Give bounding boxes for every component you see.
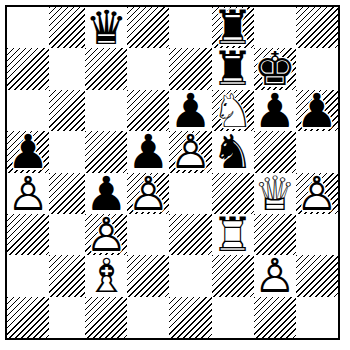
square-h2[interactable] bbox=[296, 255, 338, 296]
white-pawn-piece[interactable]: ♙ bbox=[127, 173, 169, 214]
square-b3[interactable] bbox=[49, 214, 85, 255]
square-e3[interactable] bbox=[169, 214, 211, 255]
white-pawn-piece[interactable]: ♙ bbox=[254, 255, 296, 296]
white-pawn-piece[interactable]: ♙ bbox=[169, 131, 211, 172]
square-c2[interactable]: ♝♗ bbox=[85, 255, 127, 296]
square-g2[interactable]: ♟♙ bbox=[254, 255, 296, 296]
square-d7[interactable] bbox=[127, 48, 169, 89]
square-a7[interactable] bbox=[7, 48, 49, 89]
square-d3[interactable] bbox=[127, 214, 169, 255]
square-d4[interactable]: ♟♙ bbox=[127, 173, 169, 214]
square-h6[interactable]: ♟♟ bbox=[296, 90, 338, 131]
square-f3[interactable]: ♜♖ bbox=[212, 214, 254, 255]
white-bishop-piece[interactable]: ♗ bbox=[85, 255, 127, 296]
square-c1[interactable] bbox=[85, 297, 127, 338]
square-d8[interactable] bbox=[127, 7, 169, 48]
black-queen-piece[interactable]: ♛ bbox=[85, 7, 127, 48]
black-pawn-piece[interactable]: ♟ bbox=[254, 90, 296, 131]
square-b5[interactable] bbox=[49, 131, 85, 172]
square-c7[interactable] bbox=[85, 48, 127, 89]
square-b1[interactable] bbox=[49, 297, 85, 338]
square-b8[interactable] bbox=[49, 7, 85, 48]
square-h4[interactable]: ♟♙ bbox=[296, 173, 338, 214]
square-h1[interactable] bbox=[296, 297, 338, 338]
square-a3[interactable] bbox=[7, 214, 49, 255]
square-b7[interactable] bbox=[49, 48, 85, 89]
square-b4[interactable] bbox=[49, 173, 85, 214]
square-f1[interactable] bbox=[212, 297, 254, 338]
square-d1[interactable] bbox=[127, 297, 169, 338]
square-g4[interactable]: ♛♕ bbox=[254, 173, 296, 214]
square-g1[interactable] bbox=[254, 297, 296, 338]
square-b2[interactable] bbox=[49, 255, 85, 296]
square-a8[interactable] bbox=[7, 7, 49, 48]
white-rook-piece[interactable]: ♖ bbox=[212, 214, 254, 255]
square-a2[interactable] bbox=[7, 255, 49, 296]
square-a4[interactable]: ♟♙ bbox=[7, 173, 49, 214]
white-queen-piece[interactable]: ♕ bbox=[254, 173, 296, 214]
square-d2[interactable] bbox=[127, 255, 169, 296]
square-c8[interactable]: ♛♛ bbox=[85, 7, 127, 48]
square-b6[interactable] bbox=[49, 90, 85, 131]
black-pawn-piece[interactable]: ♟ bbox=[296, 90, 338, 131]
chess-board: ♛♛♜♜♜♜♚♚♟♟♞♘♟♟♟♟♟♟♟♟♟♙♞♞♟♙♟♟♟♙♛♕♟♙♟♙♜♖♝♗… bbox=[5, 5, 340, 340]
square-f5[interactable]: ♞♞ bbox=[212, 131, 254, 172]
square-e4[interactable] bbox=[169, 173, 211, 214]
black-knight-piece[interactable]: ♞ bbox=[212, 131, 254, 172]
square-e8[interactable] bbox=[169, 7, 211, 48]
square-h8[interactable] bbox=[296, 7, 338, 48]
square-c6[interactable] bbox=[85, 90, 127, 131]
square-f2[interactable] bbox=[212, 255, 254, 296]
white-pawn-piece[interactable]: ♙ bbox=[296, 173, 338, 214]
square-h3[interactable] bbox=[296, 214, 338, 255]
square-a1[interactable] bbox=[7, 297, 49, 338]
chess-diagram: ♛♛♜♜♜♜♚♚♟♟♞♘♟♟♟♟♟♟♟♟♟♙♞♞♟♙♟♟♟♙♛♕♟♙♟♙♜♖♝♗… bbox=[5, 5, 340, 340]
square-e2[interactable] bbox=[169, 255, 211, 296]
white-pawn-piece[interactable]: ♙ bbox=[7, 173, 49, 214]
square-e1[interactable] bbox=[169, 297, 211, 338]
square-g6[interactable]: ♟♟ bbox=[254, 90, 296, 131]
square-e5[interactable]: ♟♙ bbox=[169, 131, 211, 172]
